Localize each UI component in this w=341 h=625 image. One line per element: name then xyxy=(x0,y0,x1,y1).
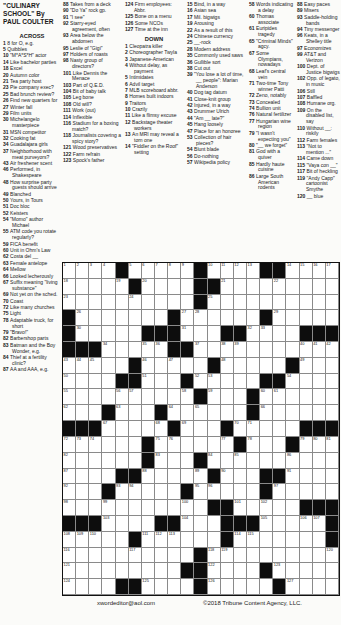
grid-cell-r8c3[interactable] xyxy=(89,374,102,390)
grid-cell-r7c14[interactable] xyxy=(234,358,247,374)
grid-cell-r9c9[interactable] xyxy=(168,389,181,405)
grid-cell-r19c6[interactable]: 117 xyxy=(129,548,142,564)
grid-cell-r6c20[interactable]: 41 xyxy=(313,342,326,358)
grid-cell-r4c20[interactable] xyxy=(313,310,326,326)
grid-cell-r7c4[interactable] xyxy=(102,358,115,374)
grid-cell-r8c1[interactable]: 50 xyxy=(63,374,76,390)
grid-cell-r18c7[interactable]: 111 xyxy=(142,532,155,548)
grid-cell-r2c8[interactable] xyxy=(155,279,168,295)
grid-cell-r4c8[interactable] xyxy=(155,310,168,326)
grid-cell-r12c8[interactable]: 75 xyxy=(155,437,168,453)
grid-cell-r18c4[interactable] xyxy=(102,532,115,548)
grid-cell-r7c15[interactable] xyxy=(247,358,260,374)
grid-cell-r18c10[interactable] xyxy=(181,532,194,548)
grid-cell-r13c2[interactable] xyxy=(76,453,89,469)
grid-cell-r10c16[interactable]: 66 xyxy=(260,405,273,421)
grid-cell-r3c5[interactable] xyxy=(116,295,129,311)
grid-cell-r20c13[interactable] xyxy=(221,563,234,579)
grid-cell-r14c4[interactable] xyxy=(102,469,115,485)
grid-cell-r9c6[interactable]: 57 xyxy=(129,389,142,405)
grid-cell-r16c17[interactable] xyxy=(273,500,286,516)
grid-cell-r7c17[interactable] xyxy=(273,358,286,374)
grid-cell-r6c7[interactable]: 35 xyxy=(142,342,155,358)
grid-cell-r3c1[interactable]: 23 xyxy=(63,295,76,311)
grid-cell-r17c18[interactable] xyxy=(286,516,299,532)
grid-cell-r18c18[interactable] xyxy=(286,532,299,548)
grid-cell-r10c5[interactable]: 63 xyxy=(116,405,129,421)
grid-cell-r12c11[interactable] xyxy=(194,437,207,453)
grid-cell-r15c8[interactable] xyxy=(155,484,168,500)
grid-cell-r12c17[interactable] xyxy=(273,437,286,453)
grid-cell-r11c18[interactable] xyxy=(286,421,299,437)
grid-cell-r6c21[interactable]: 42 xyxy=(326,342,339,358)
grid-cell-r14c11[interactable]: 89 xyxy=(194,469,207,485)
grid-cell-r8c20[interactable] xyxy=(313,374,326,390)
grid-cell-r16c8[interactable] xyxy=(155,500,168,516)
grid-cell-r9c17[interactable]: 61 xyxy=(273,389,286,405)
grid-cell-r12c1[interactable]: 72 xyxy=(63,437,76,453)
grid-cell-r14c21[interactable] xyxy=(326,469,339,485)
grid-cell-r3c16[interactable] xyxy=(260,295,273,311)
grid-cell-r10c12[interactable] xyxy=(208,405,221,421)
grid-cell-r2c4[interactable] xyxy=(102,279,115,295)
grid-cell-r1c21[interactable]: 17 xyxy=(326,263,339,279)
grid-cell-r11c6[interactable] xyxy=(129,421,142,437)
grid-cell-r7c21[interactable] xyxy=(326,358,339,374)
grid-cell-r2c15[interactable] xyxy=(247,279,260,295)
grid-cell-r17c12[interactable] xyxy=(208,516,221,532)
grid-cell-r5c17[interactable] xyxy=(273,326,286,342)
grid-cell-r1c3[interactable]: 3 xyxy=(89,263,102,279)
grid-cell-r14c18[interactable]: 91 xyxy=(286,469,299,485)
grid-cell-r10c11[interactable]: 65 xyxy=(194,405,207,421)
grid-cell-r13c9[interactable] xyxy=(168,453,181,469)
grid-cell-r6c12[interactable] xyxy=(208,342,221,358)
grid-cell-r6c18[interactable] xyxy=(286,342,299,358)
grid-cell-r8c7[interactable]: 51 xyxy=(142,374,155,390)
grid-cell-r7c20[interactable] xyxy=(313,358,326,374)
grid-cell-r10c19[interactable] xyxy=(300,405,313,421)
grid-cell-r20c2[interactable] xyxy=(76,563,89,579)
grid-cell-r12c3[interactable]: 74 xyxy=(89,437,102,453)
grid-cell-r9c3[interactable] xyxy=(89,389,102,405)
grid-cell-r15c21[interactable] xyxy=(326,484,339,500)
grid-cell-r6c4[interactable]: 34 xyxy=(102,342,115,358)
grid-cell-r16c15[interactable] xyxy=(247,500,260,516)
grid-cell-r15c19[interactable] xyxy=(300,484,313,500)
grid-cell-r1c13[interactable]: 11 xyxy=(221,263,234,279)
grid-cell-r9c18[interactable] xyxy=(286,389,299,405)
grid-cell-r1c14[interactable]: 12 xyxy=(234,263,247,279)
grid-cell-r11c11[interactable] xyxy=(194,421,207,437)
grid-cell-r8c9[interactable] xyxy=(168,374,181,390)
grid-cell-r19c1[interactable]: 116 xyxy=(63,548,76,564)
grid-cell-r14c7[interactable]: 88 xyxy=(142,469,155,485)
grid-cell-r21c19[interactable] xyxy=(300,579,313,595)
grid-cell-r2c5[interactable]: 19 xyxy=(116,279,129,295)
grid-cell-r14c9[interactable] xyxy=(168,469,181,485)
grid-cell-r7c2[interactable]: 44 xyxy=(76,358,89,374)
grid-cell-r16c9[interactable] xyxy=(168,500,181,516)
grid-cell-r21c12[interactable]: 126 xyxy=(208,579,221,595)
grid-cell-r12c16[interactable] xyxy=(260,437,273,453)
grid-cell-r15c7[interactable] xyxy=(142,484,155,500)
grid-cell-r10c9[interactable]: 64 xyxy=(168,405,181,421)
grid-cell-r19c14[interactable] xyxy=(234,548,247,564)
grid-cell-r18c9[interactable]: 113 xyxy=(168,532,181,548)
grid-cell-r1c8[interactable]: 7 xyxy=(155,263,168,279)
grid-cell-r20c8[interactable] xyxy=(155,563,168,579)
grid-cell-r21c14[interactable] xyxy=(234,579,247,595)
grid-cell-r9c19[interactable] xyxy=(300,389,313,405)
grid-cell-r17c5[interactable] xyxy=(116,516,129,532)
grid-cell-r12c20[interactable]: 80 xyxy=(313,437,326,453)
grid-cell-r17c11[interactable] xyxy=(194,516,207,532)
grid-cell-r15c1[interactable]: 92 xyxy=(63,484,76,500)
grid-cell-r13c8[interactable]: 83 xyxy=(155,453,168,469)
grid-cell-r20c3[interactable] xyxy=(89,563,102,579)
grid-cell-r19c9[interactable] xyxy=(168,548,181,564)
grid-cell-r5c15[interactable]: 32 xyxy=(247,326,260,342)
grid-cell-r6c5[interactable] xyxy=(116,342,129,358)
grid-cell-r19c5[interactable] xyxy=(116,548,129,564)
grid-cell-r14c1[interactable]: 87 xyxy=(63,469,76,485)
grid-cell-r20c15[interactable] xyxy=(247,563,260,579)
grid-cell-r3c15[interactable] xyxy=(247,295,260,311)
grid-cell-r5c10[interactable]: 31 xyxy=(181,326,194,342)
grid-cell-r18c3[interactable]: 110 xyxy=(89,532,102,548)
grid-cell-r19c3[interactable] xyxy=(89,548,102,564)
grid-cell-r7c3[interactable]: 45 xyxy=(89,358,102,374)
grid-cell-r19c7[interactable] xyxy=(142,548,155,564)
grid-cell-r3c10[interactable] xyxy=(181,295,194,311)
grid-cell-r13c1[interactable]: 82 xyxy=(63,453,76,469)
grid-cell-r8c4[interactable] xyxy=(102,374,115,390)
grid-cell-r4c7[interactable] xyxy=(142,310,155,326)
grid-cell-r8c13[interactable] xyxy=(221,374,234,390)
grid-cell-r10c18[interactable] xyxy=(286,405,299,421)
grid-cell-r19c12[interactable]: 118 xyxy=(208,548,221,564)
grid-cell-r9c4[interactable] xyxy=(102,389,115,405)
grid-cell-r2c13[interactable]: 21 xyxy=(221,279,234,295)
grid-cell-r12c6[interactable] xyxy=(129,437,142,453)
grid-cell-r4c5[interactable] xyxy=(116,310,129,326)
grid-cell-r4c3[interactable] xyxy=(89,310,102,326)
grid-cell-r10c7[interactable] xyxy=(142,405,155,421)
grid-cell-r9c21[interactable] xyxy=(326,389,339,405)
grid-cell-r2c10[interactable] xyxy=(181,279,194,295)
grid-cell-r2c18[interactable] xyxy=(286,279,299,295)
grid-cell-r1c2[interactable]: 2 xyxy=(76,263,89,279)
grid-cell-r19c20[interactable] xyxy=(313,548,326,564)
grid-cell-r16c4[interactable]: 99 xyxy=(102,500,115,516)
grid-cell-r12c10[interactable] xyxy=(181,437,194,453)
grid-cell-r14c14[interactable] xyxy=(234,469,247,485)
grid-cell-r14c10[interactable] xyxy=(181,469,194,485)
grid-cell-r2c17[interactable]: 22 xyxy=(273,279,286,295)
grid-cell-r20c20[interactable] xyxy=(313,563,326,579)
grid-cell-r21c18[interactable]: 127 xyxy=(286,579,299,595)
grid-cell-r5c11[interactable] xyxy=(194,326,207,342)
grid-cell-r4c11[interactable]: 28 xyxy=(194,310,207,326)
grid-cell-r10c10[interactable] xyxy=(181,405,194,421)
grid-cell-r20c21[interactable] xyxy=(326,563,339,579)
grid-cell-r12c12[interactable] xyxy=(208,437,221,453)
grid-cell-r21c20[interactable] xyxy=(313,579,326,595)
grid-cell-r12c15[interactable]: 78 xyxy=(247,437,260,453)
grid-cell-r3c6[interactable]: 24 xyxy=(129,295,142,311)
grid-cell-r2c3[interactable] xyxy=(89,279,102,295)
grid-cell-r9c5[interactable]: 56 xyxy=(116,389,129,405)
grid-cell-r7c9[interactable]: 47 xyxy=(168,358,181,374)
grid-cell-r18c5[interactable] xyxy=(116,532,129,548)
grid-cell-r15c13[interactable] xyxy=(221,484,234,500)
grid-cell-r16c2[interactable] xyxy=(76,500,89,516)
grid-cell-r3c4[interactable] xyxy=(102,295,115,311)
grid-cell-r14c8[interactable] xyxy=(155,469,168,485)
grid-cell-r16c16[interactable]: 102 xyxy=(260,500,273,516)
grid-cell-r15c17[interactable]: 97 xyxy=(273,484,286,500)
crossword-grid[interactable]: 1234567891011121314151617181920212223242… xyxy=(62,262,340,596)
grid-cell-r13c19[interactable] xyxy=(300,453,313,469)
grid-cell-r9c12[interactable]: 59 xyxy=(208,389,221,405)
grid-cell-r19c19[interactable] xyxy=(300,548,313,564)
grid-cell-r8c18[interactable]: 54 xyxy=(286,374,299,390)
grid-cell-r4c12[interactable] xyxy=(208,310,221,326)
grid-cell-r18c19[interactable] xyxy=(300,532,313,548)
grid-cell-r15c2[interactable] xyxy=(76,484,89,500)
grid-cell-r9c10[interactable]: 58 xyxy=(181,389,194,405)
grid-cell-r1c1[interactable]: 1 xyxy=(63,263,76,279)
grid-cell-r20c14[interactable] xyxy=(234,563,247,579)
grid-cell-r20c17[interactable]: 123 xyxy=(273,563,286,579)
grid-cell-r19c15[interactable] xyxy=(247,548,260,564)
grid-cell-r4c10[interactable]: 27 xyxy=(181,310,194,326)
grid-cell-r18c20[interactable] xyxy=(313,532,326,548)
grid-cell-r4c15[interactable] xyxy=(247,310,260,326)
grid-cell-r11c14[interactable]: 70 xyxy=(234,421,247,437)
grid-cell-r16c6[interactable] xyxy=(129,500,142,516)
grid-cell-r1c18[interactable]: 14 xyxy=(286,263,299,279)
grid-cell-r2c9[interactable] xyxy=(168,279,181,295)
grid-cell-r13c17[interactable] xyxy=(273,453,286,469)
grid-cell-r19c8[interactable] xyxy=(155,548,168,564)
grid-cell-r6c6[interactable] xyxy=(129,342,142,358)
grid-cell-r9c16[interactable]: 60 xyxy=(260,389,273,405)
grid-cell-r2c7[interactable]: 20 xyxy=(142,279,155,295)
grid-cell-r5c18[interactable] xyxy=(286,326,299,342)
grid-cell-r20c4[interactable] xyxy=(102,563,115,579)
grid-cell-r21c7[interactable]: 125 xyxy=(142,579,155,595)
grid-cell-r13c10[interactable] xyxy=(181,453,194,469)
grid-cell-r21c1[interactable]: 124 xyxy=(63,579,76,595)
grid-cell-r14c20[interactable] xyxy=(313,469,326,485)
grid-cell-r12c21[interactable]: 81 xyxy=(326,437,339,453)
grid-cell-r4c21[interactable] xyxy=(326,310,339,326)
grid-cell-r3c17[interactable] xyxy=(273,295,286,311)
grid-cell-r15c3[interactable] xyxy=(89,484,102,500)
grid-cell-r2c20[interactable] xyxy=(313,279,326,295)
grid-cell-r14c3[interactable] xyxy=(89,469,102,485)
grid-cell-r10c21[interactable] xyxy=(326,405,339,421)
grid-cell-r1c19[interactable]: 15 xyxy=(300,263,313,279)
grid-cell-r7c19[interactable]: 49 xyxy=(300,358,313,374)
grid-cell-r8c2[interactable] xyxy=(76,374,89,390)
grid-cell-r12c9[interactable]: 76 xyxy=(168,437,181,453)
grid-cell-r10c2[interactable] xyxy=(76,405,89,421)
grid-cell-r4c13[interactable] xyxy=(221,310,234,326)
grid-cell-r3c21[interactable] xyxy=(326,295,339,311)
grid-cell-r5c4[interactable] xyxy=(102,326,115,342)
grid-cell-r16c7[interactable] xyxy=(142,500,155,516)
grid-cell-r18c12[interactable] xyxy=(208,532,221,548)
grid-cell-r19c13[interactable]: 119 xyxy=(221,548,234,564)
grid-cell-r13c5[interactable] xyxy=(116,453,129,469)
grid-cell-r5c5[interactable] xyxy=(116,326,129,342)
grid-cell-r5c3[interactable] xyxy=(89,326,102,342)
grid-cell-r20c5[interactable] xyxy=(116,563,129,579)
grid-cell-r15c20[interactable] xyxy=(313,484,326,500)
grid-cell-r2c1[interactable]: 18 xyxy=(63,279,76,295)
grid-cell-r13c20[interactable] xyxy=(313,453,326,469)
grid-cell-r11c16[interactable] xyxy=(260,421,273,437)
grid-cell-r13c18[interactable]: 86 xyxy=(286,453,299,469)
grid-cell-r17c4[interactable]: 103 xyxy=(102,516,115,532)
grid-cell-r18c17[interactable] xyxy=(273,532,286,548)
grid-cell-r12c5[interactable] xyxy=(116,437,129,453)
grid-cell-r21c21[interactable] xyxy=(326,579,339,595)
grid-cell-r11c7[interactable] xyxy=(142,421,155,437)
grid-cell-r15c11[interactable]: 95 xyxy=(194,484,207,500)
grid-cell-r2c19[interactable] xyxy=(300,279,313,295)
grid-cell-r2c21[interactable] xyxy=(326,279,339,295)
grid-cell-r17c19[interactable]: 106 xyxy=(300,516,313,532)
grid-cell-r16c3[interactable] xyxy=(89,500,102,516)
grid-cell-r19c21[interactable]: 120 xyxy=(326,548,339,564)
grid-cell-r5c16[interactable]: 33 xyxy=(260,326,273,342)
grid-cell-r20c1[interactable]: 121 xyxy=(63,563,76,579)
grid-cell-r9c7[interactable] xyxy=(142,389,155,405)
grid-cell-r15c6[interactable]: 94 xyxy=(129,484,142,500)
grid-cell-r8c21[interactable] xyxy=(326,374,339,390)
grid-cell-r6c14[interactable]: 39 xyxy=(234,342,247,358)
grid-cell-r2c2[interactable] xyxy=(76,279,89,295)
grid-cell-r15c18[interactable] xyxy=(286,484,299,500)
grid-cell-r15c5[interactable]: 93 xyxy=(116,484,129,500)
grid-cell-r18c16[interactable] xyxy=(260,532,273,548)
grid-cell-r18c14[interactable]: 114 xyxy=(234,532,247,548)
grid-cell-r3c7[interactable] xyxy=(142,295,155,311)
grid-cell-r7c16[interactable] xyxy=(260,358,273,374)
grid-cell-r11c10[interactable]: 69 xyxy=(181,421,194,437)
grid-cell-r20c7[interactable] xyxy=(142,563,155,579)
grid-cell-r7c8[interactable] xyxy=(155,358,168,374)
grid-cell-r5c12[interactable] xyxy=(208,326,221,342)
grid-cell-r6c19[interactable]: 40 xyxy=(300,342,313,358)
grid-cell-r6c17[interactable] xyxy=(273,342,286,358)
grid-cell-r4c14[interactable] xyxy=(234,310,247,326)
grid-cell-r16c14[interactable]: 101 xyxy=(234,500,247,516)
grid-cell-r8c11[interactable]: 52 xyxy=(194,374,207,390)
grid-cell-r4c17[interactable]: 29 xyxy=(273,310,286,326)
grid-cell-r16c18[interactable] xyxy=(286,500,299,516)
grid-cell-r19c4[interactable] xyxy=(102,548,115,564)
grid-cell-r6c16[interactable] xyxy=(260,342,273,358)
grid-cell-r11c8[interactable]: 68 xyxy=(155,421,168,437)
grid-cell-r3c9[interactable] xyxy=(168,295,181,311)
grid-cell-r21c16[interactable] xyxy=(260,579,273,595)
grid-cell-r7c1[interactable]: 43 xyxy=(63,358,76,374)
grid-cell-r12c4[interactable] xyxy=(102,437,115,453)
grid-cell-r12c19[interactable]: 79 xyxy=(300,437,313,453)
grid-cell-r6c8[interactable]: 36 xyxy=(155,342,168,358)
grid-cell-r9c8[interactable] xyxy=(155,389,168,405)
grid-cell-r1c20[interactable]: 16 xyxy=(313,263,326,279)
grid-cell-r10c3[interactable] xyxy=(89,405,102,421)
grid-cell-r15c12[interactable]: 96 xyxy=(208,484,221,500)
grid-cell-r18c8[interactable]: 112 xyxy=(155,532,168,548)
grid-cell-r11c5[interactable] xyxy=(116,421,129,437)
grid-cell-r17c20[interactable]: 107 xyxy=(313,516,326,532)
grid-cell-r16c1[interactable]: 98 xyxy=(63,500,76,516)
grid-cell-r9c14[interactable] xyxy=(234,389,247,405)
grid-cell-r3c12[interactable]: 25 xyxy=(208,295,221,311)
grid-cell-r20c19[interactable] xyxy=(300,563,313,579)
grid-cell-r4c19[interactable] xyxy=(300,310,313,326)
grid-cell-r7c13[interactable]: 48 xyxy=(221,358,234,374)
grid-cell-r21c9[interactable] xyxy=(168,579,181,595)
grid-cell-r14c13[interactable]: 90 xyxy=(221,469,234,485)
grid-cell-r6c13[interactable]: 38 xyxy=(221,342,234,358)
grid-cell-r11c15[interactable]: 71 xyxy=(247,421,260,437)
grid-cell-r20c18[interactable] xyxy=(286,563,299,579)
grid-cell-r19c10[interactable] xyxy=(181,548,194,564)
grid-cell-r13c6[interactable] xyxy=(129,453,142,469)
grid-cell-r18c11[interactable] xyxy=(194,532,207,548)
grid-cell-r11c4[interactable]: 67 xyxy=(102,421,115,437)
grid-cell-r2c14[interactable] xyxy=(234,279,247,295)
grid-cell-r18c1[interactable]: 108 xyxy=(63,532,76,548)
grid-cell-r1c15[interactable]: 13 xyxy=(247,263,260,279)
grid-cell-r19c18[interactable] xyxy=(286,548,299,564)
grid-cell-r14c19[interactable] xyxy=(300,469,313,485)
grid-cell-r7c10[interactable] xyxy=(181,358,194,374)
grid-cell-r1c10[interactable]: 9 xyxy=(181,263,194,279)
grid-cell-r16c11[interactable] xyxy=(194,500,207,516)
grid-cell-r13c12[interactable]: 84 xyxy=(208,453,221,469)
grid-cell-r15c9[interactable] xyxy=(168,484,181,500)
grid-cell-r9c13[interactable] xyxy=(221,389,234,405)
grid-cell-r3c18[interactable] xyxy=(286,295,299,311)
grid-cell-r4c18[interactable] xyxy=(286,310,299,326)
grid-cell-r13c21[interactable] xyxy=(326,453,339,469)
grid-cell-r15c14[interactable] xyxy=(234,484,247,500)
grid-cell-r7c5[interactable] xyxy=(116,358,129,374)
grid-cell-r8c15[interactable] xyxy=(247,374,260,390)
grid-cell-r13c13[interactable] xyxy=(221,453,234,469)
grid-cell-r4c4[interactable] xyxy=(102,310,115,326)
grid-cell-r19c17[interactable] xyxy=(273,548,286,564)
grid-cell-r10c13[interactable] xyxy=(221,405,234,421)
grid-cell-r21c13[interactable] xyxy=(221,579,234,595)
grid-cell-r21c3[interactable] xyxy=(89,579,102,595)
grid-cell-r13c3[interactable] xyxy=(89,453,102,469)
grid-cell-r17c17[interactable] xyxy=(273,516,286,532)
grid-cell-r10c1[interactable]: 62 xyxy=(63,405,76,421)
grid-cell-r12c2[interactable]: 73 xyxy=(76,437,89,453)
grid-cell-r1c6[interactable]: 5 xyxy=(129,263,142,279)
grid-cell-r7c11[interactable] xyxy=(194,358,207,374)
